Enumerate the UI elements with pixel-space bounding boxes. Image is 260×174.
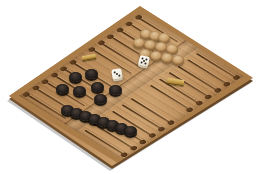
dark-checker[interactable] (73, 86, 86, 96)
dark-checker[interactable] (124, 126, 137, 136)
die-pip (119, 75, 121, 77)
die-pip (140, 62, 142, 64)
die[interactable] (111, 68, 123, 80)
dark-checker[interactable] (91, 82, 104, 92)
pieces-layer (0, 0, 260, 174)
dark-checker[interactable] (109, 85, 122, 95)
dark-checker[interactable] (85, 69, 98, 79)
dark-checker[interactable] (69, 72, 82, 82)
brass-hinge (82, 53, 97, 60)
dark-checker[interactable] (94, 94, 107, 104)
backgammon-product-photo (0, 0, 260, 174)
light-checker[interactable] (172, 55, 184, 64)
die-pip (146, 58, 148, 60)
light-checker[interactable] (166, 44, 178, 53)
die[interactable] (138, 55, 150, 67)
light-checker[interactable] (158, 33, 170, 42)
brass-hinge (166, 78, 184, 86)
die-pip (145, 63, 147, 65)
dark-checker[interactable] (56, 84, 69, 94)
